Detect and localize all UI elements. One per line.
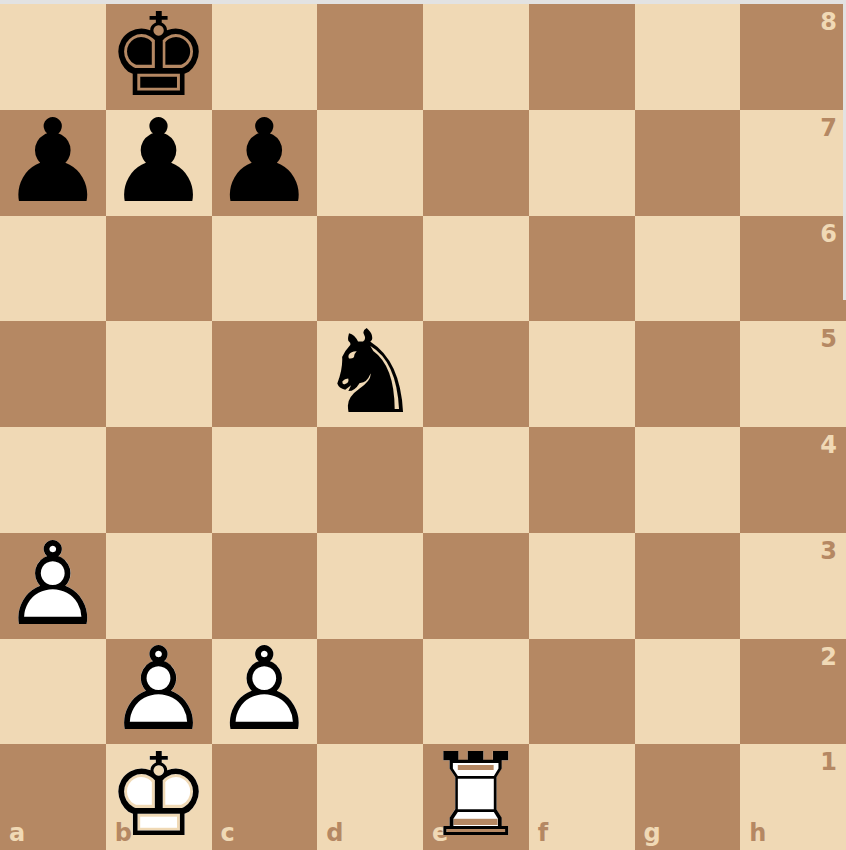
square-h2[interactable]: 2 [740,639,846,745]
white-king-outline: ♔ [107,738,210,850]
file-label-c: c [221,821,235,845]
white-pawn-outline: ♙ [1,527,104,642]
square-d7[interactable] [317,110,423,216]
square-h5[interactable]: 5 [740,321,846,427]
square-b4[interactable] [106,427,212,533]
rank-label-6: 6 [820,222,837,246]
square-g5[interactable] [635,321,741,427]
square-h3[interactable]: 3 [740,533,846,639]
square-f5[interactable] [529,321,635,427]
black-knight[interactable]: ♞ [317,321,423,427]
square-g4[interactable] [635,427,741,533]
square-f4[interactable] [529,427,635,533]
square-d2[interactable] [317,639,423,745]
file-label-d: d [326,821,343,845]
black-pawn-glyph: ♟ [1,104,104,219]
chess-board: ♚8♟♟♟76♞54♟♙3♟♙♟♙2ab♚♔cde♜♖fgh1 [0,4,846,850]
black-pawn[interactable]: ♟ [212,110,318,216]
square-d8[interactable] [317,4,423,110]
rank-label-8: 8 [820,10,837,34]
rank-label-2: 2 [820,645,837,669]
square-d1[interactable]: d [317,744,423,850]
square-b5[interactable] [106,321,212,427]
square-h1[interactable]: h1 [740,744,846,850]
square-a6[interactable] [0,216,106,322]
square-a7[interactable]: ♟ [0,110,106,216]
square-e4[interactable] [423,427,529,533]
square-d4[interactable] [317,427,423,533]
black-knight-glyph: ♞ [319,315,422,430]
rank-label-1: 1 [820,750,837,774]
square-c4[interactable] [212,427,318,533]
rank-label-5: 5 [820,327,837,351]
white-pawn-outline: ♙ [213,633,316,748]
square-g3[interactable] [635,533,741,639]
square-h6[interactable]: 6 [740,216,846,322]
square-c7[interactable]: ♟ [212,110,318,216]
square-f7[interactable] [529,110,635,216]
file-label-a: a [9,821,25,845]
file-label-h: h [749,821,766,845]
square-e1[interactable]: e♜♖ [423,744,529,850]
square-f3[interactable] [529,533,635,639]
rank-label-3: 3 [820,539,837,563]
white-rook-outline: ♖ [424,738,527,850]
square-e5[interactable] [423,321,529,427]
square-g2[interactable] [635,639,741,745]
rank-label-4: 4 [820,433,837,457]
square-g1[interactable]: g [635,744,741,850]
white-pawn[interactable]: ♟♙ [212,639,318,745]
square-a3[interactable]: ♟♙ [0,533,106,639]
white-pawn[interactable]: ♟♙ [0,533,106,639]
black-pawn-glyph: ♟ [107,104,210,219]
white-rook[interactable]: ♜♖ [423,744,529,850]
square-c2[interactable]: ♟♙ [212,639,318,745]
white-king[interactable]: ♚♔ [106,744,212,850]
black-pawn-glyph: ♟ [213,104,316,219]
square-c6[interactable] [212,216,318,322]
square-a2[interactable] [0,639,106,745]
square-d5[interactable]: ♞ [317,321,423,427]
square-g6[interactable] [635,216,741,322]
square-a5[interactable] [0,321,106,427]
page: ♚8♟♟♟76♞54♟♙3♟♙♟♙2ab♚♔cde♜♖fgh1 [0,0,846,850]
square-g7[interactable] [635,110,741,216]
square-f8[interactable] [529,4,635,110]
square-b7[interactable]: ♟ [106,110,212,216]
square-h4[interactable]: 4 [740,427,846,533]
square-h8[interactable]: 8 [740,4,846,110]
square-g8[interactable] [635,4,741,110]
square-c1[interactable]: c [212,744,318,850]
square-e7[interactable] [423,110,529,216]
rank-label-7: 7 [820,116,837,140]
square-f6[interactable] [529,216,635,322]
square-b1[interactable]: b♚♔ [106,744,212,850]
square-e6[interactable] [423,216,529,322]
square-d3[interactable] [317,533,423,639]
square-f1[interactable]: f [529,744,635,850]
file-label-f: f [538,821,548,845]
square-a1[interactable]: a [0,744,106,850]
square-c5[interactable] [212,321,318,427]
square-h7[interactable]: 7 [740,110,846,216]
black-pawn[interactable]: ♟ [0,110,106,216]
black-pawn[interactable]: ♟ [106,110,212,216]
file-label-g: g [644,821,661,845]
square-e3[interactable] [423,533,529,639]
square-f2[interactable] [529,639,635,745]
square-b6[interactable] [106,216,212,322]
square-e8[interactable] [423,4,529,110]
